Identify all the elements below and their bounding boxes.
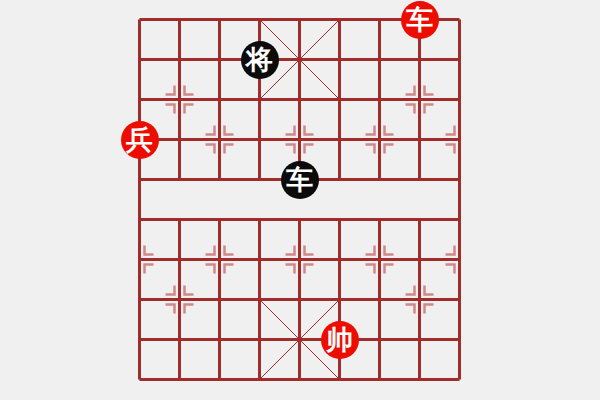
intersection-c0r1[interactable] [120, 40, 160, 80]
intersection-c8r2[interactable] [440, 80, 480, 120]
intersection-c7r5[interactable] [400, 200, 440, 240]
intersection-c5r0[interactable] [320, 0, 360, 40]
intersection-c6r2[interactable] [360, 80, 400, 120]
intersection-c6r0[interactable] [360, 0, 400, 40]
intersection-c5r6[interactable] [320, 240, 360, 280]
intersection-c2r4[interactable] [200, 160, 240, 200]
intersection-c4r5[interactable] [280, 200, 320, 240]
intersection-c2r1[interactable] [200, 40, 240, 80]
intersection-c0r6[interactable] [120, 240, 160, 280]
intersection-c3r5[interactable] [240, 200, 280, 240]
intersection-c7r2[interactable] [400, 80, 440, 120]
intersection-c7r8[interactable] [400, 320, 440, 360]
intersection-c8r3[interactable] [440, 120, 480, 160]
intersection-c3r2[interactable] [240, 80, 280, 120]
intersection-c8r4[interactable] [440, 160, 480, 200]
intersection-c8r0[interactable] [440, 0, 480, 40]
intersection-c2r6[interactable] [200, 240, 240, 280]
intersection-c4r1[interactable] [280, 40, 320, 80]
intersection-c2r8[interactable] [200, 320, 240, 360]
intersection-c3r6[interactable] [240, 240, 280, 280]
intersection-c6r8[interactable] [360, 320, 400, 360]
intersection-c0r5[interactable] [120, 200, 160, 240]
intersection-c1r9[interactable] [160, 360, 200, 400]
intersection-c6r5[interactable] [360, 200, 400, 240]
intersection-c2r3[interactable] [200, 120, 240, 160]
intersection-c1r8[interactable] [160, 320, 200, 360]
intersection-c6r3[interactable] [360, 120, 400, 160]
intersection-c2r0[interactable] [200, 0, 240, 40]
red-chariot[interactable]: 车 [401, 1, 439, 39]
intersection-c7r7[interactable] [400, 280, 440, 320]
intersection-c8r1[interactable] [440, 40, 480, 80]
intersection-c6r9[interactable] [360, 360, 400, 400]
red-soldier[interactable]: 兵 [121, 121, 159, 159]
intersection-c3r0[interactable] [240, 0, 280, 40]
intersection-c5r7[interactable] [320, 280, 360, 320]
intersection-c4r9[interactable] [280, 360, 320, 400]
intersection-c0r2[interactable] [120, 80, 160, 120]
intersection-c6r6[interactable] [360, 240, 400, 280]
intersection-c7r1[interactable] [400, 40, 440, 80]
intersection-c5r1[interactable] [320, 40, 360, 80]
red-general[interactable]: 帅 [321, 321, 359, 359]
intersection-c1r1[interactable] [160, 40, 200, 80]
intersection-c1r4[interactable] [160, 160, 200, 200]
intersection-c7r6[interactable] [400, 240, 440, 280]
intersection-c6r7[interactable] [360, 280, 400, 320]
intersection-c4r0[interactable] [280, 0, 320, 40]
intersection-c5r3[interactable] [320, 120, 360, 160]
intersection-c5r9[interactable] [320, 360, 360, 400]
board-intersections: 车将兵车帅 [120, 0, 480, 400]
intersection-c0r4[interactable] [120, 160, 160, 200]
intersection-c3r9[interactable] [240, 360, 280, 400]
intersection-c4r3[interactable] [280, 120, 320, 160]
intersection-c8r9[interactable] [440, 360, 480, 400]
intersection-c5r2[interactable] [320, 80, 360, 120]
intersection-c3r7[interactable] [240, 280, 280, 320]
intersection-c0r7[interactable] [120, 280, 160, 320]
intersection-c1r0[interactable] [160, 0, 200, 40]
intersection-c1r7[interactable] [160, 280, 200, 320]
intersection-c8r7[interactable] [440, 280, 480, 320]
intersection-c6r4[interactable] [360, 160, 400, 200]
intersection-c4r8[interactable] [280, 320, 320, 360]
intersection-c8r6[interactable] [440, 240, 480, 280]
intersection-c2r2[interactable] [200, 80, 240, 120]
intersection-c7r4[interactable] [400, 160, 440, 200]
intersection-c1r6[interactable] [160, 240, 200, 280]
intersection-c4r7[interactable] [280, 280, 320, 320]
intersection-c1r5[interactable] [160, 200, 200, 240]
intersection-c3r4[interactable] [240, 160, 280, 200]
xiangqi-board: 车将兵车帅 [0, 0, 600, 400]
intersection-c5r4[interactable] [320, 160, 360, 200]
intersection-c0r0[interactable] [120, 0, 160, 40]
intersection-c5r5[interactable] [320, 200, 360, 240]
intersection-c8r5[interactable] [440, 200, 480, 240]
intersection-c8r8[interactable] [440, 320, 480, 360]
intersection-c2r5[interactable] [200, 200, 240, 240]
intersection-c0r9[interactable] [120, 360, 160, 400]
intersection-c6r1[interactable] [360, 40, 400, 80]
intersection-c4r6[interactable] [280, 240, 320, 280]
intersection-c2r9[interactable] [200, 360, 240, 400]
intersection-c0r8[interactable] [120, 320, 160, 360]
intersection-c4r2[interactable] [280, 80, 320, 120]
intersection-c1r3[interactable] [160, 120, 200, 160]
intersection-c7r9[interactable] [400, 360, 440, 400]
intersection-c3r8[interactable] [240, 320, 280, 360]
black-chariot[interactable]: 车 [281, 161, 319, 199]
intersection-c1r2[interactable] [160, 80, 200, 120]
black-general[interactable]: 将 [241, 41, 279, 79]
intersection-c2r7[interactable] [200, 280, 240, 320]
intersection-c3r3[interactable] [240, 120, 280, 160]
intersection-c7r3[interactable] [400, 120, 440, 160]
